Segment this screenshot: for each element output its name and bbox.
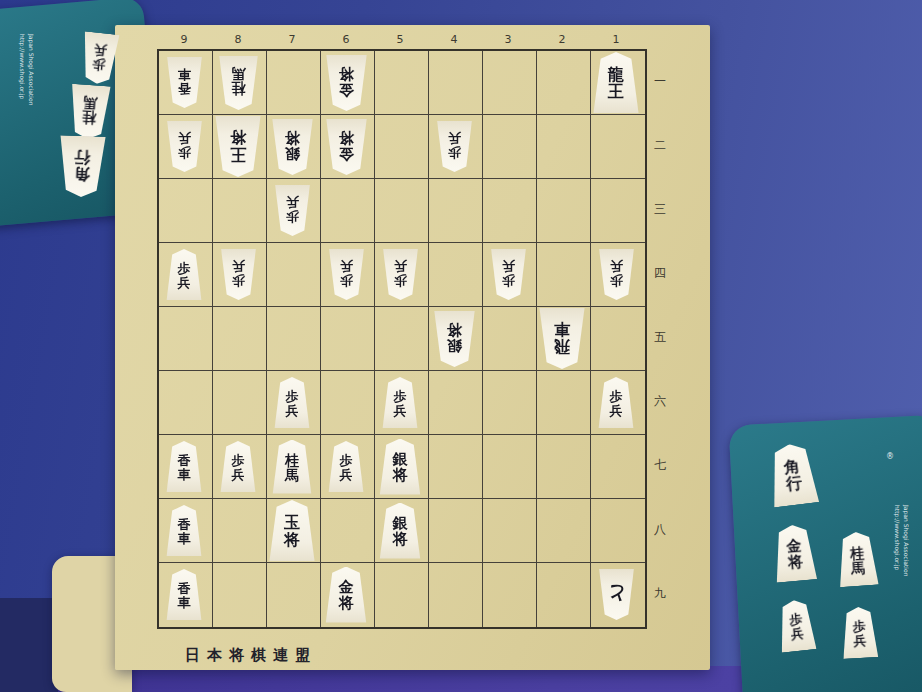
file-label-4: 4 xyxy=(444,33,464,46)
square-4-1[interactable] xyxy=(429,51,483,115)
square-1-8[interactable] xyxy=(591,499,645,563)
piece-kanji: 兵 xyxy=(610,404,623,418)
square-2-8[interactable] xyxy=(537,499,591,563)
piece-kanji: 歩 xyxy=(448,145,461,159)
rank-label-6: 六 xyxy=(651,393,669,410)
piece-kanji: 桂 xyxy=(81,110,96,125)
square-9-6[interactable] xyxy=(159,371,213,435)
piece-kanji: 行 xyxy=(74,148,91,165)
piece-kanji: 馬 xyxy=(82,95,97,110)
piece-kanji: 兵 xyxy=(286,404,299,418)
piece-kanji: 歩 xyxy=(286,209,299,223)
rank-label-8: 八 xyxy=(651,521,669,538)
square-8-3[interactable] xyxy=(213,179,267,243)
piece-kanji: 歩 xyxy=(502,273,515,287)
piece-kanji: 王 xyxy=(230,145,246,162)
rank-label-4: 四 xyxy=(651,265,669,282)
piece-kanji: 将 xyxy=(787,553,803,570)
piece-kanji: 将 xyxy=(339,129,354,145)
square-3-8[interactable] xyxy=(483,499,537,563)
piece-kanji: と xyxy=(606,583,625,603)
piece-kanji: 将 xyxy=(447,321,462,337)
file-label-2: 2 xyxy=(552,33,572,46)
square-3-5[interactable] xyxy=(483,307,537,371)
square-4-9[interactable] xyxy=(429,563,483,627)
square-4-3[interactable] xyxy=(429,179,483,243)
piece-kanji: 兵 xyxy=(286,195,299,209)
piece-kanji: 歩 xyxy=(232,273,245,287)
file-label-5: 5 xyxy=(390,33,410,46)
piece-kanji: 歩 xyxy=(340,273,353,287)
square-1-2[interactable] xyxy=(591,115,645,179)
piece-kanji: 兵 xyxy=(853,634,867,648)
piece-kanji: 歩 xyxy=(394,390,407,404)
rank-label-7: 七 xyxy=(651,457,669,474)
piece-kanji: 兵 xyxy=(340,259,353,273)
square-6-5[interactable] xyxy=(321,307,375,371)
square-5-1[interactable] xyxy=(375,51,429,115)
piece-kanji: 歩 xyxy=(178,145,191,159)
file-label-3: 3 xyxy=(498,33,518,46)
piece-kanji: 歩 xyxy=(394,273,407,287)
square-2-3[interactable] xyxy=(537,179,591,243)
square-3-2[interactable] xyxy=(483,115,537,179)
piece-kanji: 桂 xyxy=(849,545,864,560)
square-4-8[interactable] xyxy=(429,499,483,563)
piece-kanji: 馬 xyxy=(231,66,245,81)
piece-kanji: 兵 xyxy=(232,259,245,273)
square-4-6[interactable] xyxy=(429,371,483,435)
piece-kanji: 兵 xyxy=(790,626,804,641)
square-2-4[interactable] xyxy=(537,243,591,307)
square-6-6[interactable] xyxy=(321,371,375,435)
square-8-5[interactable] xyxy=(213,307,267,371)
square-2-9[interactable] xyxy=(537,563,591,627)
piece-kanji: 車 xyxy=(178,468,191,482)
piece-kanji: 車 xyxy=(178,67,191,81)
square-5-3[interactable] xyxy=(375,179,429,243)
square-7-1[interactable] xyxy=(267,51,321,115)
piece-kanji: 将 xyxy=(285,129,300,145)
rank-label-1: 一 xyxy=(651,73,669,90)
piece-kanji: 将 xyxy=(393,532,408,548)
piece-kanji: 桂 xyxy=(285,453,299,468)
square-5-5[interactable] xyxy=(375,307,429,371)
piece-kanji: 兵 xyxy=(448,131,461,145)
piece-kanji: 兵 xyxy=(394,259,407,273)
square-3-6[interactable] xyxy=(483,371,537,435)
shogi-scene: Japan Shogi Association http://www.shogi… xyxy=(0,0,922,692)
square-8-6[interactable] xyxy=(213,371,267,435)
square-3-3[interactable] xyxy=(483,179,537,243)
piece-kanji: 兵 xyxy=(502,259,515,273)
piece-kanji: 歩 xyxy=(610,273,623,287)
square-2-2[interactable] xyxy=(537,115,591,179)
gote-tray-text: Japan Shogi Association http://www.shogi… xyxy=(18,34,36,184)
piece-kanji: 兵 xyxy=(93,43,107,58)
square-8-8[interactable] xyxy=(213,499,267,563)
piece-kanji: 兵 xyxy=(394,404,407,418)
square-3-9[interactable] xyxy=(483,563,537,627)
square-5-9[interactable] xyxy=(375,563,429,627)
piece-kanji: 将 xyxy=(339,596,354,612)
rank-label-9: 九 xyxy=(651,585,669,602)
piece-kanji: 歩 xyxy=(286,390,299,404)
square-7-9[interactable] xyxy=(267,563,321,627)
square-3-1[interactable] xyxy=(483,51,537,115)
piece-kanji: 角 xyxy=(73,165,90,182)
piece-kanji: 歩 xyxy=(178,262,191,276)
square-9-3[interactable] xyxy=(159,179,213,243)
piece-kanji: 兵 xyxy=(178,276,191,290)
square-9-5[interactable] xyxy=(159,307,213,371)
piece-kanji: 将 xyxy=(284,532,300,549)
file-label-8: 8 xyxy=(228,33,248,46)
file-label-9: 9 xyxy=(174,33,194,46)
piece-kanji: 馬 xyxy=(285,468,299,483)
rank-label-3: 三 xyxy=(651,201,669,218)
piece-kanji: 桂 xyxy=(231,81,245,96)
square-3-7[interactable] xyxy=(483,435,537,499)
piece-kanji: 歩 xyxy=(340,454,353,468)
piece-kanji: 車 xyxy=(178,596,191,610)
piece-kanji: 兵 xyxy=(340,468,353,482)
rank-label-5: 五 xyxy=(651,329,669,346)
piece-kanji: 将 xyxy=(339,65,354,81)
piece-kanji: 金 xyxy=(339,145,354,161)
piece-kanji: 車 xyxy=(554,320,570,337)
square-7-4[interactable] xyxy=(267,243,321,307)
piece-kanji: 飛 xyxy=(554,337,570,354)
square-7-5[interactable] xyxy=(267,307,321,371)
square-1-5[interactable] xyxy=(591,307,645,371)
rank-label-2: 二 xyxy=(651,137,669,154)
square-2-1[interactable] xyxy=(537,51,591,115)
piece-kanji: 歩 xyxy=(232,454,245,468)
square-2-7[interactable] xyxy=(537,435,591,499)
piece-kanji: 兵 xyxy=(610,259,623,273)
square-5-2[interactable] xyxy=(375,115,429,179)
piece-kanji: 歩 xyxy=(91,56,105,71)
registered-trademark-icon: ® xyxy=(886,452,894,461)
piece-kanji: 歩 xyxy=(610,390,623,404)
piece-kanji: 兵 xyxy=(232,468,245,482)
file-label-6: 6 xyxy=(336,33,356,46)
board-brand-label: 日本将棋連盟 xyxy=(185,646,317,665)
table-corner-shadow xyxy=(0,598,58,692)
file-label-1: 1 xyxy=(606,33,626,46)
piece-kanji: 王 xyxy=(608,84,624,101)
piece-kanji: 銀 xyxy=(285,145,300,161)
square-8-9[interactable] xyxy=(213,563,267,627)
piece-kanji: 香 xyxy=(178,454,191,468)
piece-kanji: 車 xyxy=(178,532,191,546)
piece-kanji: 将 xyxy=(230,128,246,145)
piece-kanji: 兵 xyxy=(178,131,191,145)
file-label-7: 7 xyxy=(282,33,302,46)
square-6-3[interactable] xyxy=(321,179,375,243)
piece-kanji: 金 xyxy=(339,81,354,97)
piece-kanji: 香 xyxy=(178,81,191,95)
piece-kanji: 将 xyxy=(393,468,408,484)
piece-kanji: 銀 xyxy=(447,337,462,353)
piece-kanji: 馬 xyxy=(850,560,865,575)
square-2-6[interactable] xyxy=(537,371,591,435)
piece-kanji: 香 xyxy=(178,518,191,532)
square-1-7[interactable] xyxy=(591,435,645,499)
square-4-7[interactable] xyxy=(429,435,483,499)
piece-kanji: 行 xyxy=(785,475,803,493)
square-6-8[interactable] xyxy=(321,499,375,563)
sente-tray-text: Japan Shogi Association http://www.shogi… xyxy=(893,505,911,655)
square-4-4[interactable] xyxy=(429,243,483,307)
piece-kanji: 香 xyxy=(178,582,191,596)
square-1-3[interactable] xyxy=(591,179,645,243)
